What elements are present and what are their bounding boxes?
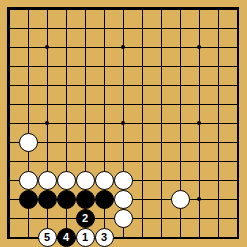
star-point	[197, 121, 201, 125]
white-stone	[114, 209, 133, 228]
white-stone: 5	[38, 228, 57, 247]
stone-move-number: 2	[82, 213, 88, 224]
star-point	[197, 197, 201, 201]
black-stone	[76, 190, 95, 209]
white-stone	[19, 171, 38, 190]
white-stone: 3	[95, 228, 114, 247]
black-stone: 2	[76, 209, 95, 228]
star-point	[45, 121, 49, 125]
star-point	[121, 121, 125, 125]
white-stone	[38, 171, 57, 190]
white-stone	[57, 171, 76, 190]
black-stone	[19, 190, 38, 209]
star-point	[121, 45, 125, 49]
stone-move-number: 1	[82, 232, 88, 243]
star-point	[197, 45, 201, 49]
stone-move-number: 3	[101, 232, 107, 243]
white-stone	[114, 190, 133, 209]
stone-move-number: 5	[44, 232, 50, 243]
black-stone	[38, 190, 57, 209]
black-stone: 4	[57, 228, 76, 247]
black-stone	[57, 190, 76, 209]
go-board-diagram: 25413	[0, 0, 247, 247]
stone-move-number: 4	[63, 232, 69, 243]
go-board-grid: 25413	[0, 0, 247, 247]
white-stone	[114, 171, 133, 190]
star-point	[45, 45, 49, 49]
white-stone	[171, 190, 190, 209]
white-stone	[76, 171, 95, 190]
white-stone	[95, 171, 114, 190]
white-stone	[19, 133, 38, 152]
black-stone	[95, 190, 114, 209]
white-stone: 1	[76, 228, 95, 247]
